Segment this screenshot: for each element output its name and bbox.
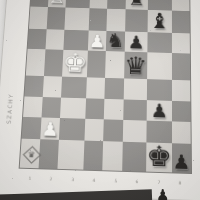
corner-stamp-crown-icon: ♛ <box>28 151 36 159</box>
square-c3 <box>60 97 86 119</box>
piece-black-knight-e6: ♞ <box>106 31 125 51</box>
square-e1 <box>102 141 122 171</box>
offboard-captured-piece: ♟ <box>156 188 169 200</box>
square-b7 <box>47 7 66 30</box>
bottom-coordinate-label: 3 <box>71 177 74 182</box>
square-a7 <box>29 6 48 29</box>
square-c4 <box>61 76 87 97</box>
bottom-coordinate-label: 5 <box>114 178 117 183</box>
square-g4 <box>147 79 172 101</box>
brand-text: SZACHY <box>5 72 15 124</box>
square-h7 <box>172 10 190 33</box>
square-e2 <box>103 120 123 142</box>
square-h5 <box>172 53 190 80</box>
square-c2 <box>59 118 85 140</box>
square-f4 <box>123 78 147 99</box>
square-h1: ♟ <box>172 143 191 173</box>
square-b2: ♟ <box>40 118 60 140</box>
square-g1: ♚ <box>146 142 172 172</box>
square-d2 <box>84 119 103 141</box>
square-e7 <box>106 9 125 32</box>
photo-frame: ♜♜♝♟♞♟♚♛♟♟♚♟ ♛ 12345678 SZACHY ♟ <box>0 0 200 200</box>
square-h6 <box>172 33 190 54</box>
square-c7 <box>64 7 89 30</box>
bottom-coordinate-label: 8 <box>179 180 182 185</box>
square-b6 <box>45 29 64 50</box>
piece-black-queen-f5: ♛ <box>124 53 147 78</box>
bottom-coordinate-label: 4 <box>93 178 96 183</box>
bottom-coordinate-label: 2 <box>50 176 53 181</box>
square-h2 <box>172 122 191 144</box>
square-e4 <box>104 78 123 99</box>
piece-black-rook-f8: ♜ <box>128 0 146 9</box>
square-c5: ♚ <box>62 50 88 77</box>
square-g7: ♝ <box>148 10 172 33</box>
piece-white-king-c5: ♚ <box>62 50 88 77</box>
square-a5 <box>26 49 46 76</box>
square-g5 <box>147 52 172 80</box>
square-a4 <box>24 75 43 96</box>
square-f1 <box>122 142 146 172</box>
square-f3 <box>123 99 147 121</box>
square-f8: ♜ <box>125 0 148 10</box>
piece-white-pawn-d6: ♟ <box>88 32 105 50</box>
bottom-coordinate-label: 1 <box>28 176 31 181</box>
square-b5 <box>44 49 63 76</box>
square-c1 <box>57 140 84 170</box>
piece-black-pawn-h1: ♟ <box>173 152 191 172</box>
square-a6 <box>28 29 47 50</box>
square-h3 <box>172 100 191 122</box>
square-b4 <box>43 76 62 97</box>
corner-stamp: ♛ <box>23 146 40 163</box>
square-d5 <box>87 50 106 77</box>
square-f7 <box>125 9 148 32</box>
bottom-coordinate-label: 6 <box>136 179 139 184</box>
square-h8 <box>172 0 190 11</box>
square-e6: ♞ <box>106 31 125 52</box>
piece-black-bishop-g7: ♝ <box>149 10 170 32</box>
chess-board-sheet: ♜♜♝♟♞♟♚♛♟♟♚♟ ♛ 12345678 SZACHY <box>0 0 200 200</box>
square-d1 <box>83 141 103 171</box>
square-b1 <box>39 139 59 169</box>
square-d3 <box>85 98 104 120</box>
square-b8: ♜ <box>48 0 67 7</box>
square-b3 <box>42 97 62 119</box>
square-g6 <box>147 32 172 53</box>
square-f6: ♟ <box>124 31 147 52</box>
piece-white-pawn-b2: ♟ <box>41 119 60 138</box>
square-f5: ♛ <box>124 51 147 78</box>
square-a2 <box>22 117 42 139</box>
square-a3 <box>23 96 43 118</box>
dust-specks-overlay <box>0 0 1 1</box>
bottom-coordinate-label: 7 <box>157 180 160 185</box>
square-d4 <box>86 77 105 98</box>
square-e3 <box>104 98 124 120</box>
chess-board: ♜♜♝♟♞♟♚♛♟♟♚♟ <box>20 0 191 173</box>
square-g3: ♟ <box>147 100 172 122</box>
square-d6: ♟ <box>88 30 107 51</box>
piece-white-rook-b8: ♜ <box>48 0 66 6</box>
square-h4 <box>172 80 190 101</box>
piece-black-king-g1: ♚ <box>146 142 172 171</box>
piece-black-pawn-f6: ♟ <box>127 33 144 51</box>
square-e5 <box>105 51 124 78</box>
piece-black-pawn-g3: ♟ <box>151 101 169 120</box>
square-f2 <box>123 120 147 142</box>
square-d7 <box>89 8 107 31</box>
